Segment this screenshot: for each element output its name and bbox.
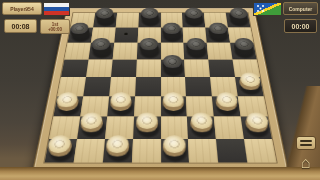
menu-button[interactable] bbox=[296, 136, 316, 150]
player-name: Player954 bbox=[10, 6, 33, 12]
hud: Player954 00:08 1st +00:00 Computer 00:0… bbox=[0, 0, 320, 180]
home-icon: ⌂ bbox=[301, 154, 311, 172]
player-clock-value: 00:08 bbox=[12, 23, 30, 30]
home-button[interactable]: ⌂ bbox=[296, 154, 315, 171]
time-increment: +00:00 bbox=[48, 27, 62, 32]
hamburger-icon bbox=[300, 140, 312, 142]
computer-clock-value: 00:00 bbox=[292, 23, 310, 30]
computer-name: Computer bbox=[289, 6, 313, 12]
solomon-islands-flag-icon bbox=[253, 2, 282, 16]
computer-clock: 00:00 bbox=[284, 19, 317, 33]
player-clock: 00:08 bbox=[4, 19, 37, 33]
flag-stars bbox=[257, 5, 259, 7]
hamburger-icon bbox=[300, 144, 312, 146]
game-screen: Player954 00:08 1st +00:00 Computer 00:0… bbox=[0, 0, 320, 180]
player-name-plate: Player954 bbox=[2, 2, 42, 15]
move-counter-box: 1st +00:00 bbox=[40, 19, 70, 34]
russia-flag-icon bbox=[43, 2, 70, 16]
computer-name-plate: Computer bbox=[283, 2, 318, 15]
